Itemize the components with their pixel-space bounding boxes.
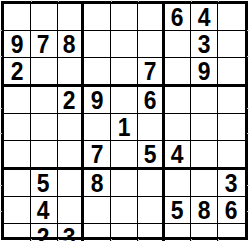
gridline-tick — [31, 0, 32, 2]
cell-r5c5[interactable]: 1 — [111, 114, 138, 141]
given-digit: 7 — [37, 31, 50, 57]
gridline-tick — [247, 185, 249, 186]
gridline-tick — [0, 56, 2, 57]
gridline-tick — [247, 56, 249, 57]
cell-r7c3[interactable] — [58, 170, 85, 197]
given-digit: 3 — [198, 31, 211, 57]
cell-r2c2[interactable]: 7 — [31, 31, 58, 58]
cell-r6c8[interactable] — [191, 141, 218, 170]
cell-r2c7[interactable] — [165, 31, 192, 58]
given-digit: 7 — [143, 58, 156, 84]
cell-r5c3[interactable] — [58, 114, 85, 141]
cell-r5c9[interactable] — [218, 114, 245, 141]
gridline-tick — [138, 0, 139, 2]
cell-r1c5[interactable] — [111, 4, 138, 31]
cell-r4c8[interactable] — [191, 87, 218, 114]
cell-r1c9[interactable] — [218, 4, 245, 31]
cell-r6c9[interactable] — [218, 141, 245, 170]
gridline-tick — [247, 30, 249, 31]
given-digit: 4 — [37, 197, 50, 223]
cell-r8c6[interactable] — [138, 197, 165, 224]
cell-r2c1[interactable]: 9 — [4, 31, 31, 58]
cell-r8c2[interactable]: 4 — [31, 197, 58, 224]
cell-r4c9[interactable] — [218, 87, 245, 114]
cell-r2c8[interactable]: 3 — [191, 31, 218, 58]
gridline-tick — [247, 108, 249, 109]
cell-r4c4[interactable]: 9 — [84, 87, 111, 114]
given-digit: 7 — [91, 141, 104, 167]
cell-r3c2[interactable] — [31, 58, 58, 87]
cell-r4c7[interactable] — [165, 87, 192, 114]
cell-r2c4[interactable] — [84, 31, 111, 58]
cell-r2c9[interactable] — [218, 31, 245, 58]
gridline-tick — [0, 133, 2, 134]
given-digit: 5 — [37, 170, 50, 196]
given-digit: 8 — [198, 197, 211, 223]
cell-r3c9[interactable] — [218, 58, 245, 87]
cell-r6c2[interactable] — [31, 141, 58, 170]
cell-r7c9[interactable]: 3 — [218, 170, 245, 197]
given-digit: 8 — [91, 170, 104, 196]
cell-r8c1[interactable] — [4, 197, 31, 224]
gridline-tick — [58, 0, 59, 2]
given-digit: 6 — [143, 87, 156, 113]
cell-r8c9[interactable]: 6 — [218, 197, 245, 224]
cell-r1c2[interactable] — [31, 4, 58, 31]
cell-r9c7[interactable] — [165, 224, 192, 241]
cell-r1c4[interactable] — [84, 4, 111, 31]
cell-r1c7[interactable]: 6 — [165, 4, 192, 31]
given-digit: 4 — [171, 141, 184, 167]
gridline-tick — [0, 108, 2, 109]
cell-r3c8[interactable]: 9 — [191, 58, 218, 87]
cell-r8c4[interactable] — [84, 197, 111, 224]
given-digit: 2 — [11, 58, 24, 84]
cell-r4c6[interactable]: 6 — [138, 87, 165, 114]
given-digit: 5 — [143, 141, 156, 167]
cell-r2c3[interactable]: 8 — [58, 31, 85, 58]
gridline-tick — [0, 185, 2, 186]
cell-r9c5[interactable] — [111, 224, 138, 241]
cell-r9c6[interactable] — [138, 224, 165, 241]
cell-r3c3[interactable] — [58, 58, 85, 87]
cell-r8c7[interactable]: 5 — [165, 197, 192, 224]
cell-r3c7[interactable] — [165, 58, 192, 87]
given-digit: 9 — [11, 31, 24, 57]
sudoku-board: 6497832792961754583458623 — [1, 1, 248, 240]
cell-r9c1[interactable] — [4, 224, 31, 241]
given-digit: 6 — [225, 197, 238, 223]
cell-r7c5[interactable] — [111, 170, 138, 197]
cell-r6c4[interactable]: 7 — [84, 141, 111, 170]
cell-r1c3[interactable] — [58, 4, 85, 31]
cell-r3c1[interactable]: 2 — [4, 58, 31, 87]
cell-r2c6[interactable] — [138, 31, 165, 58]
cell-r6c6[interactable]: 5 — [138, 141, 165, 170]
cell-r9c8[interactable] — [191, 224, 218, 241]
cell-r7c2[interactable]: 5 — [31, 170, 58, 197]
cell-r6c1[interactable] — [4, 141, 31, 170]
gridline-tick — [247, 133, 249, 134]
cell-r8c8[interactable]: 8 — [191, 197, 218, 224]
cell-r5c8[interactable] — [191, 114, 218, 141]
cell-r3c5[interactable] — [111, 58, 138, 87]
cell-r9c2[interactable]: 2 — [31, 224, 58, 241]
given-digit: 1 — [118, 114, 131, 140]
cell-r3c6[interactable]: 7 — [138, 58, 165, 87]
cell-r4c1[interactable] — [4, 87, 31, 114]
cell-r3c4[interactable] — [84, 58, 111, 87]
cell-r5c2[interactable] — [31, 114, 58, 141]
gridline-tick — [218, 0, 219, 2]
cell-r6c5[interactable] — [111, 141, 138, 170]
cell-r8c3[interactable] — [58, 197, 85, 224]
cell-r1c8[interactable]: 4 — [191, 4, 218, 31]
given-digit: 6 — [171, 4, 184, 30]
cell-r6c3[interactable] — [58, 141, 85, 170]
cell-r7c1[interactable] — [4, 170, 31, 197]
cell-r1c6[interactable] — [138, 4, 165, 31]
gridline-tick — [0, 30, 2, 31]
gridline-tick — [191, 0, 192, 2]
given-digit: 4 — [198, 4, 211, 30]
given-digit: 9 — [91, 87, 104, 113]
cell-r5c6[interactable] — [138, 114, 165, 141]
given-digit: 8 — [63, 31, 76, 57]
cell-r9c3[interactable]: 3 — [58, 224, 85, 241]
gridline-tick — [111, 0, 112, 2]
cell-r7c6[interactable] — [138, 170, 165, 197]
cell-r1c1[interactable] — [4, 4, 31, 31]
cell-r7c8[interactable] — [191, 170, 218, 197]
cell-r2c5[interactable] — [111, 31, 138, 58]
gridline-tick — [247, 211, 249, 212]
given-digit: 9 — [198, 58, 211, 84]
cell-r7c4[interactable]: 8 — [84, 170, 111, 197]
cell-r8c5[interactable] — [111, 197, 138, 224]
cell-r4c5[interactable] — [111, 87, 138, 114]
cell-r5c7[interactable] — [165, 114, 192, 141]
cell-r5c4[interactable] — [84, 114, 111, 141]
given-digit: 3 — [225, 170, 238, 196]
given-digit: 2 — [63, 87, 76, 113]
cell-r9c4[interactable] — [84, 224, 111, 241]
sudoku-screenshot: 6497832792961754583458623 — [0, 0, 249, 241]
cell-r7c7[interactable] — [165, 170, 192, 197]
given-digit: 2 — [37, 224, 50, 241]
gridline-tick — [0, 211, 2, 212]
cell-r4c2[interactable] — [31, 87, 58, 114]
cell-r4c3[interactable]: 2 — [58, 87, 85, 114]
cell-r5c1[interactable] — [4, 114, 31, 141]
given-digit: 5 — [171, 197, 184, 223]
given-digit: 3 — [63, 224, 76, 241]
cell-r9c9[interactable] — [218, 224, 245, 241]
cell-r6c7[interactable]: 4 — [165, 141, 192, 170]
